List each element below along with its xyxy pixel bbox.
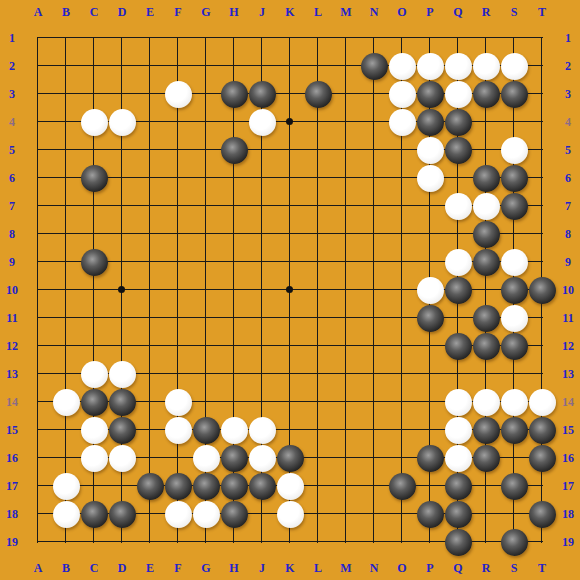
board-cell[interactable] bbox=[52, 416, 80, 444]
board-cell[interactable] bbox=[24, 80, 52, 108]
board-cell[interactable] bbox=[80, 500, 108, 528]
board-cell[interactable] bbox=[24, 192, 52, 220]
board-cell[interactable] bbox=[528, 416, 556, 444]
board-cell[interactable] bbox=[136, 360, 164, 388]
board-cell[interactable] bbox=[472, 52, 500, 80]
board-cell[interactable] bbox=[220, 220, 248, 248]
board-cell[interactable] bbox=[472, 220, 500, 248]
board-cell[interactable] bbox=[108, 472, 136, 500]
board-cell[interactable] bbox=[192, 276, 220, 304]
board-cell[interactable] bbox=[528, 472, 556, 500]
board-cell[interactable] bbox=[472, 108, 500, 136]
board-cell[interactable] bbox=[108, 416, 136, 444]
board-cell[interactable] bbox=[416, 276, 444, 304]
board-cell[interactable] bbox=[220, 248, 248, 276]
board-cell[interactable] bbox=[360, 136, 388, 164]
board-cell[interactable] bbox=[136, 276, 164, 304]
board-cell[interactable] bbox=[472, 248, 500, 276]
board-cell[interactable] bbox=[248, 136, 276, 164]
board-cell[interactable] bbox=[276, 220, 304, 248]
board-cell[interactable] bbox=[192, 416, 220, 444]
board-cell[interactable] bbox=[276, 388, 304, 416]
board-cell[interactable] bbox=[276, 360, 304, 388]
board-cell[interactable] bbox=[52, 304, 80, 332]
board-cell[interactable] bbox=[248, 80, 276, 108]
board-cell[interactable] bbox=[136, 192, 164, 220]
board-cell[interactable] bbox=[528, 164, 556, 192]
board-cell[interactable] bbox=[472, 136, 500, 164]
board-cell[interactable] bbox=[80, 220, 108, 248]
board-cell[interactable] bbox=[500, 500, 528, 528]
board-cell[interactable] bbox=[136, 500, 164, 528]
board-cell[interactable] bbox=[248, 304, 276, 332]
board-cell[interactable] bbox=[248, 360, 276, 388]
board-cell[interactable] bbox=[248, 52, 276, 80]
board-cell[interactable] bbox=[24, 472, 52, 500]
board-cell[interactable] bbox=[52, 80, 80, 108]
board-cell[interactable] bbox=[80, 528, 108, 556]
board-cell[interactable] bbox=[500, 388, 528, 416]
board-cell[interactable] bbox=[276, 304, 304, 332]
board-cell[interactable] bbox=[388, 528, 416, 556]
board-cell[interactable] bbox=[248, 528, 276, 556]
board-cell[interactable] bbox=[248, 332, 276, 360]
board-cell[interactable] bbox=[220, 164, 248, 192]
board-cell[interactable] bbox=[416, 80, 444, 108]
board-cell[interactable] bbox=[136, 136, 164, 164]
board-cell[interactable] bbox=[164, 472, 192, 500]
board-cell[interactable] bbox=[444, 276, 472, 304]
board-cell[interactable] bbox=[304, 52, 332, 80]
board-cell[interactable] bbox=[164, 248, 192, 276]
board-cell[interactable] bbox=[500, 248, 528, 276]
board-cell[interactable] bbox=[444, 164, 472, 192]
board-cell[interactable] bbox=[500, 360, 528, 388]
board-cell[interactable] bbox=[52, 248, 80, 276]
board-cell[interactable] bbox=[164, 444, 192, 472]
board-cell[interactable] bbox=[276, 248, 304, 276]
board-cell[interactable] bbox=[360, 248, 388, 276]
board-cell[interactable] bbox=[332, 500, 360, 528]
board-cell[interactable] bbox=[136, 528, 164, 556]
board-cell[interactable] bbox=[52, 332, 80, 360]
board-cell[interactable] bbox=[52, 500, 80, 528]
board-cell[interactable] bbox=[220, 528, 248, 556]
board-cell[interactable] bbox=[500, 332, 528, 360]
board-cell[interactable] bbox=[416, 500, 444, 528]
board-cell[interactable] bbox=[360, 360, 388, 388]
board-cell[interactable] bbox=[416, 528, 444, 556]
board-cell[interactable] bbox=[500, 304, 528, 332]
board-cell[interactable] bbox=[332, 24, 360, 52]
board-cell[interactable] bbox=[500, 528, 528, 556]
board-cell[interactable] bbox=[444, 388, 472, 416]
board-cell[interactable] bbox=[528, 24, 556, 52]
board-cell[interactable] bbox=[500, 472, 528, 500]
board-cell[interactable] bbox=[332, 108, 360, 136]
board-cell[interactable] bbox=[248, 500, 276, 528]
board-cell[interactable] bbox=[52, 472, 80, 500]
board-cell[interactable] bbox=[276, 416, 304, 444]
board-cell[interactable] bbox=[80, 416, 108, 444]
board-cell[interactable] bbox=[164, 80, 192, 108]
board-cell[interactable] bbox=[108, 304, 136, 332]
board-cell[interactable] bbox=[276, 24, 304, 52]
board-cell[interactable] bbox=[360, 276, 388, 304]
board-cell[interactable] bbox=[220, 52, 248, 80]
board-cell[interactable] bbox=[108, 52, 136, 80]
board-cell[interactable] bbox=[248, 388, 276, 416]
board-cell[interactable] bbox=[388, 80, 416, 108]
board-cell[interactable] bbox=[360, 220, 388, 248]
board-cell[interactable] bbox=[192, 136, 220, 164]
board-cell[interactable] bbox=[332, 136, 360, 164]
board-cell[interactable] bbox=[332, 332, 360, 360]
board-cell[interactable] bbox=[332, 444, 360, 472]
board-cell[interactable] bbox=[108, 164, 136, 192]
board-cell[interactable] bbox=[444, 472, 472, 500]
board-cell[interactable] bbox=[248, 108, 276, 136]
board-cell[interactable] bbox=[136, 24, 164, 52]
board-cell[interactable] bbox=[136, 332, 164, 360]
board-cell[interactable] bbox=[416, 416, 444, 444]
board-cell[interactable] bbox=[416, 472, 444, 500]
board-cell[interactable] bbox=[24, 528, 52, 556]
board-cell[interactable] bbox=[276, 500, 304, 528]
board-cell[interactable] bbox=[444, 528, 472, 556]
board-cell[interactable] bbox=[472, 528, 500, 556]
board-cell[interactable] bbox=[416, 52, 444, 80]
board-cell[interactable] bbox=[528, 108, 556, 136]
board-cell[interactable] bbox=[192, 24, 220, 52]
board-cell[interactable] bbox=[444, 108, 472, 136]
board-cell[interactable] bbox=[388, 192, 416, 220]
board-cell[interactable] bbox=[388, 472, 416, 500]
board-cell[interactable] bbox=[248, 192, 276, 220]
board-cell[interactable] bbox=[304, 416, 332, 444]
board-cell[interactable] bbox=[500, 164, 528, 192]
board-cell[interactable] bbox=[136, 388, 164, 416]
board-cell[interactable] bbox=[248, 24, 276, 52]
board-cell[interactable] bbox=[416, 220, 444, 248]
board-cell[interactable] bbox=[528, 528, 556, 556]
board-cell[interactable] bbox=[164, 388, 192, 416]
board-cell[interactable] bbox=[360, 80, 388, 108]
board-cell[interactable] bbox=[304, 220, 332, 248]
board-cell[interactable] bbox=[80, 52, 108, 80]
board-cell[interactable] bbox=[192, 528, 220, 556]
board-cell[interactable] bbox=[80, 472, 108, 500]
board-cell[interactable] bbox=[360, 108, 388, 136]
board-cell[interactable] bbox=[276, 528, 304, 556]
board-cell[interactable] bbox=[220, 472, 248, 500]
board-cell[interactable] bbox=[304, 500, 332, 528]
board-cell[interactable] bbox=[248, 276, 276, 304]
board-cell[interactable] bbox=[220, 388, 248, 416]
board-cell[interactable] bbox=[500, 136, 528, 164]
board-cell[interactable] bbox=[360, 388, 388, 416]
board-cell[interactable] bbox=[472, 80, 500, 108]
board-cell[interactable] bbox=[276, 136, 304, 164]
board-cell[interactable] bbox=[164, 332, 192, 360]
board-cell[interactable] bbox=[80, 332, 108, 360]
board-cell[interactable] bbox=[472, 500, 500, 528]
board-cell[interactable] bbox=[276, 52, 304, 80]
board-cell[interactable] bbox=[136, 80, 164, 108]
board-cell[interactable] bbox=[276, 108, 304, 136]
board-cell[interactable] bbox=[472, 416, 500, 444]
board-cell[interactable] bbox=[304, 472, 332, 500]
board-cell[interactable] bbox=[220, 192, 248, 220]
board-cell[interactable] bbox=[472, 276, 500, 304]
board-cell[interactable] bbox=[220, 80, 248, 108]
board-cell[interactable] bbox=[136, 248, 164, 276]
board-cell[interactable] bbox=[164, 528, 192, 556]
board-cell[interactable] bbox=[360, 304, 388, 332]
board-cell[interactable] bbox=[528, 52, 556, 80]
board-cell[interactable] bbox=[108, 388, 136, 416]
board-cell[interactable] bbox=[304, 108, 332, 136]
board-cell[interactable] bbox=[52, 388, 80, 416]
board-cell[interactable] bbox=[164, 500, 192, 528]
board-cell[interactable] bbox=[444, 80, 472, 108]
board-cell[interactable] bbox=[108, 136, 136, 164]
board-cell[interactable] bbox=[108, 248, 136, 276]
board-cell[interactable] bbox=[80, 24, 108, 52]
board-cell[interactable] bbox=[444, 192, 472, 220]
board-cell[interactable] bbox=[528, 248, 556, 276]
board-cell[interactable] bbox=[444, 416, 472, 444]
board-cell[interactable] bbox=[388, 220, 416, 248]
board-cell[interactable] bbox=[24, 108, 52, 136]
board-cell[interactable] bbox=[304, 444, 332, 472]
board-cell[interactable] bbox=[304, 248, 332, 276]
board-cell[interactable] bbox=[248, 220, 276, 248]
board-cell[interactable] bbox=[388, 332, 416, 360]
board-cell[interactable] bbox=[52, 360, 80, 388]
board-cell[interactable] bbox=[360, 164, 388, 192]
board-cell[interactable] bbox=[248, 164, 276, 192]
board-cell[interactable] bbox=[276, 80, 304, 108]
board-cell[interactable] bbox=[24, 360, 52, 388]
board-cell[interactable] bbox=[24, 276, 52, 304]
board-cell[interactable] bbox=[80, 136, 108, 164]
board-cell[interactable] bbox=[24, 500, 52, 528]
board-cell[interactable] bbox=[276, 192, 304, 220]
board-cell[interactable] bbox=[528, 444, 556, 472]
board-cell[interactable] bbox=[472, 360, 500, 388]
board-cell[interactable] bbox=[332, 360, 360, 388]
board-cell[interactable] bbox=[332, 416, 360, 444]
board-cell[interactable] bbox=[24, 164, 52, 192]
board-cell[interactable] bbox=[444, 52, 472, 80]
board-cell[interactable] bbox=[220, 500, 248, 528]
board-cell[interactable] bbox=[388, 416, 416, 444]
board-cell[interactable] bbox=[332, 192, 360, 220]
board-cell[interactable] bbox=[332, 528, 360, 556]
board-cell[interactable] bbox=[332, 304, 360, 332]
board-cell[interactable] bbox=[360, 192, 388, 220]
board-cell[interactable] bbox=[52, 192, 80, 220]
board-cell[interactable] bbox=[108, 108, 136, 136]
board-cell[interactable] bbox=[24, 220, 52, 248]
board-cell[interactable] bbox=[472, 24, 500, 52]
board-cell[interactable] bbox=[416, 304, 444, 332]
board-cell[interactable] bbox=[444, 360, 472, 388]
board-cell[interactable] bbox=[528, 220, 556, 248]
board-cell[interactable] bbox=[220, 24, 248, 52]
board-cell[interactable] bbox=[500, 80, 528, 108]
board-cell[interactable] bbox=[164, 416, 192, 444]
board-cell[interactable] bbox=[276, 472, 304, 500]
board-cell[interactable] bbox=[248, 472, 276, 500]
board-cell[interactable] bbox=[248, 416, 276, 444]
board-cell[interactable] bbox=[108, 444, 136, 472]
board-cell[interactable] bbox=[332, 388, 360, 416]
board-cell[interactable] bbox=[416, 360, 444, 388]
board-cell[interactable] bbox=[192, 108, 220, 136]
board-cell[interactable] bbox=[164, 304, 192, 332]
board-cell[interactable] bbox=[192, 164, 220, 192]
board-cell[interactable] bbox=[24, 52, 52, 80]
board-cell[interactable] bbox=[500, 24, 528, 52]
board-cell[interactable] bbox=[416, 444, 444, 472]
board-cell[interactable] bbox=[220, 136, 248, 164]
board-cell[interactable] bbox=[220, 108, 248, 136]
board-cell[interactable] bbox=[528, 136, 556, 164]
board-cell[interactable] bbox=[388, 388, 416, 416]
board-cell[interactable] bbox=[472, 444, 500, 472]
board-cell[interactable] bbox=[220, 360, 248, 388]
board-cell[interactable] bbox=[192, 360, 220, 388]
board-cell[interactable] bbox=[416, 108, 444, 136]
board-cell[interactable] bbox=[500, 220, 528, 248]
board-cell[interactable] bbox=[108, 332, 136, 360]
board-cell[interactable] bbox=[276, 332, 304, 360]
board-cell[interactable] bbox=[164, 108, 192, 136]
board-cell[interactable] bbox=[360, 500, 388, 528]
board-cell[interactable] bbox=[192, 220, 220, 248]
board-cell[interactable] bbox=[52, 52, 80, 80]
board-cell[interactable] bbox=[108, 528, 136, 556]
board-cell[interactable] bbox=[164, 360, 192, 388]
board-cell[interactable] bbox=[164, 164, 192, 192]
board-cell[interactable] bbox=[304, 388, 332, 416]
board-cell[interactable] bbox=[472, 472, 500, 500]
board-cell[interactable] bbox=[220, 276, 248, 304]
board-cell[interactable] bbox=[472, 388, 500, 416]
board-cell[interactable] bbox=[108, 220, 136, 248]
board-cell[interactable] bbox=[24, 332, 52, 360]
board-cell[interactable] bbox=[332, 220, 360, 248]
board-cell[interactable] bbox=[388, 276, 416, 304]
board-cell[interactable] bbox=[192, 248, 220, 276]
board-cell[interactable] bbox=[304, 192, 332, 220]
board-cell[interactable] bbox=[444, 220, 472, 248]
board-cell[interactable] bbox=[24, 136, 52, 164]
board-cell[interactable] bbox=[528, 80, 556, 108]
board-cell[interactable] bbox=[304, 276, 332, 304]
board-cell[interactable] bbox=[276, 276, 304, 304]
board-cell[interactable] bbox=[136, 108, 164, 136]
board-cell[interactable] bbox=[80, 80, 108, 108]
board-cell[interactable] bbox=[220, 332, 248, 360]
board-cell[interactable] bbox=[24, 304, 52, 332]
board-cell[interactable] bbox=[136, 220, 164, 248]
board-cell[interactable] bbox=[528, 276, 556, 304]
board-cell[interactable] bbox=[472, 332, 500, 360]
board-cell[interactable] bbox=[192, 304, 220, 332]
board-cell[interactable] bbox=[80, 164, 108, 192]
board-cell[interactable] bbox=[416, 332, 444, 360]
board-cell[interactable] bbox=[360, 528, 388, 556]
board-cell[interactable] bbox=[136, 472, 164, 500]
board-cell[interactable] bbox=[108, 80, 136, 108]
board-cell[interactable] bbox=[192, 192, 220, 220]
board-cell[interactable] bbox=[528, 360, 556, 388]
board-cell[interactable] bbox=[388, 500, 416, 528]
board-cell[interactable] bbox=[80, 388, 108, 416]
board-cell[interactable] bbox=[304, 528, 332, 556]
board-cell[interactable] bbox=[388, 136, 416, 164]
board-cell[interactable] bbox=[52, 108, 80, 136]
board-cell[interactable] bbox=[164, 192, 192, 220]
board-cell[interactable] bbox=[220, 304, 248, 332]
board-cell[interactable] bbox=[388, 108, 416, 136]
board-cell[interactable] bbox=[528, 192, 556, 220]
board-cell[interactable] bbox=[52, 220, 80, 248]
board-cell[interactable] bbox=[24, 388, 52, 416]
board-cell[interactable] bbox=[52, 24, 80, 52]
board-cell[interactable] bbox=[528, 500, 556, 528]
board-cell[interactable] bbox=[276, 164, 304, 192]
board-cell[interactable] bbox=[192, 388, 220, 416]
board-cell[interactable] bbox=[332, 80, 360, 108]
board-cell[interactable] bbox=[332, 52, 360, 80]
board-cell[interactable] bbox=[388, 164, 416, 192]
board-cell[interactable] bbox=[24, 24, 52, 52]
board-cell[interactable] bbox=[360, 444, 388, 472]
board-cell[interactable] bbox=[304, 360, 332, 388]
board-cell[interactable] bbox=[164, 220, 192, 248]
board-cell[interactable] bbox=[108, 192, 136, 220]
board-cell[interactable] bbox=[388, 360, 416, 388]
board-cell[interactable] bbox=[444, 304, 472, 332]
board-cell[interactable] bbox=[444, 248, 472, 276]
board-cell[interactable] bbox=[472, 164, 500, 192]
board-cell[interactable] bbox=[108, 24, 136, 52]
board-cell[interactable] bbox=[360, 416, 388, 444]
board-cell[interactable] bbox=[416, 248, 444, 276]
board-cell[interactable] bbox=[304, 332, 332, 360]
board-cell[interactable] bbox=[24, 416, 52, 444]
board-cell[interactable] bbox=[444, 332, 472, 360]
board-cell[interactable] bbox=[164, 276, 192, 304]
board-cell[interactable] bbox=[108, 500, 136, 528]
board-cell[interactable] bbox=[192, 472, 220, 500]
board-cell[interactable] bbox=[304, 24, 332, 52]
board-cell[interactable] bbox=[80, 276, 108, 304]
board-cell[interactable] bbox=[276, 444, 304, 472]
board-cell[interactable] bbox=[332, 472, 360, 500]
board-cell[interactable] bbox=[388, 304, 416, 332]
board-cell[interactable] bbox=[416, 192, 444, 220]
board-cell[interactable] bbox=[52, 136, 80, 164]
board-cell[interactable] bbox=[416, 136, 444, 164]
board-cell[interactable] bbox=[416, 24, 444, 52]
board-cell[interactable] bbox=[332, 276, 360, 304]
board-cell[interactable] bbox=[416, 164, 444, 192]
